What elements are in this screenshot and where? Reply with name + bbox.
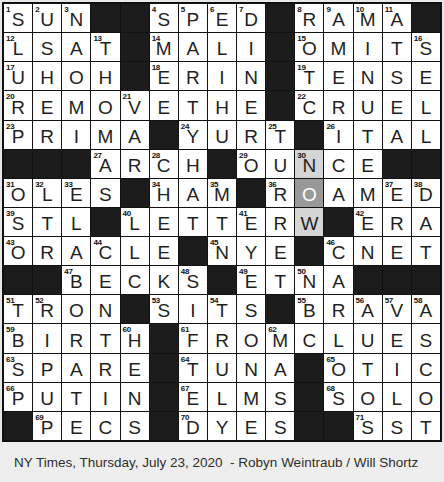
- cell-r9c12[interactable]: 46C: [324, 237, 352, 265]
- cell-r15c3[interactable]: E: [62, 412, 90, 440]
- letter: P: [187, 10, 200, 29]
- letter: N: [361, 243, 375, 262]
- cell-r13c2[interactable]: P: [33, 354, 61, 382]
- cell-r6c7[interactable]: H: [179, 150, 207, 178]
- cell-r15c8[interactable]: Y: [208, 412, 236, 440]
- black-cell-r10c1: [4, 266, 32, 294]
- cell-r12c4[interactable]: T: [91, 324, 119, 352]
- cell-r11c8[interactable]: 54T: [208, 295, 236, 323]
- cell-r7c12[interactable]: A: [324, 179, 352, 207]
- cell-r10c3[interactable]: 47B: [62, 266, 90, 294]
- cell-r6c12[interactable]: C: [324, 150, 352, 178]
- black-cell-r6c2: [33, 150, 61, 178]
- cell-r13c3[interactable]: A: [62, 354, 90, 382]
- cell-r11c12[interactable]: R: [324, 295, 352, 323]
- cell-r15c7[interactable]: 70D: [179, 412, 207, 440]
- footer-bar: NY Times, Thursday, July 23, 2020 - Roby…: [0, 442, 444, 482]
- cell-r11c4[interactable]: N: [91, 295, 119, 323]
- clue-number: 13: [93, 34, 101, 43]
- cell-r8c11[interactable]: W: [295, 208, 323, 236]
- cell-r9c10[interactable]: E: [266, 237, 294, 265]
- cell-r6c10[interactable]: U: [266, 150, 294, 178]
- letter: L: [71, 214, 82, 233]
- black-cell-r5c11: [295, 121, 323, 149]
- cell-r11c6[interactable]: 53S: [150, 295, 178, 323]
- cell-r3c15[interactable]: E: [412, 62, 440, 90]
- cell-r8c15[interactable]: A: [412, 208, 440, 236]
- cell-r3c7[interactable]: R: [179, 62, 207, 90]
- letter: H: [215, 98, 229, 117]
- cell-r14c8[interactable]: L: [208, 383, 236, 411]
- letter: L: [217, 389, 228, 408]
- cell-r4c6[interactable]: E: [150, 91, 178, 119]
- letter: R: [273, 214, 287, 233]
- cell-r4c1[interactable]: 20R: [4, 91, 32, 119]
- cell-r14c9[interactable]: M: [237, 383, 265, 411]
- cell-r14c10[interactable]: S: [266, 383, 294, 411]
- cell-r15c5[interactable]: S: [121, 412, 149, 440]
- letter: S: [128, 418, 141, 437]
- cell-r5c10[interactable]: 25T: [266, 121, 294, 149]
- letter: A: [128, 127, 141, 146]
- cell-r12c9[interactable]: O: [237, 324, 265, 352]
- letter: U: [40, 10, 54, 29]
- clue-number: 43: [6, 238, 14, 247]
- cell-r13c5[interactable]: E: [121, 354, 149, 382]
- cell-r14c3[interactable]: T: [62, 383, 90, 411]
- cell-r6c13[interactable]: E: [354, 150, 382, 178]
- cell-r9c5[interactable]: L: [121, 237, 149, 265]
- cell-r7c6[interactable]: 34H: [150, 179, 178, 207]
- letter: T: [187, 214, 199, 233]
- cell-r12c10[interactable]: 62M: [266, 324, 294, 352]
- clue-number: 69: [35, 413, 43, 422]
- cell-r10c10[interactable]: T: [266, 266, 294, 294]
- letter: A: [70, 360, 83, 379]
- clue-number: 20: [6, 92, 14, 101]
- black-cell-r15c1: [4, 412, 32, 440]
- letter: A: [420, 214, 433, 233]
- cell-r3c1[interactable]: 17U: [4, 62, 32, 90]
- letter: R: [390, 214, 404, 233]
- letter: E: [157, 214, 170, 233]
- cell-r4c14[interactable]: E: [383, 91, 411, 119]
- cell-r14c12[interactable]: 68S: [324, 383, 352, 411]
- cell-r15c14[interactable]: S: [383, 412, 411, 440]
- cell-r1c9[interactable]: 7D: [237, 4, 265, 32]
- cell-r12c13[interactable]: U: [354, 324, 382, 352]
- cell-r5c15[interactable]: L: [412, 121, 440, 149]
- cell-r8c14[interactable]: R: [383, 208, 411, 236]
- cell-r2c3[interactable]: A: [62, 33, 90, 61]
- cell-r7c1[interactable]: 31O: [4, 179, 32, 207]
- cell-r10c9[interactable]: 49E: [237, 266, 265, 294]
- cell-r3c9[interactable]: N: [237, 62, 265, 90]
- cell-r15c9[interactable]: E: [237, 412, 265, 440]
- cell-r1c6[interactable]: 4S: [150, 4, 178, 32]
- letter: C: [332, 243, 346, 262]
- cell-r1c12[interactable]: 9A: [324, 4, 352, 32]
- cell-r6c6[interactable]: 28C: [150, 150, 178, 178]
- cell-r13c13[interactable]: T: [354, 354, 382, 382]
- cell-r2c14[interactable]: T: [383, 33, 411, 61]
- cell-r12c8[interactable]: R: [208, 324, 236, 352]
- letter: E: [390, 243, 403, 262]
- cell-r9c4[interactable]: 44C: [91, 237, 119, 265]
- cell-r1c7[interactable]: 5P: [179, 4, 207, 32]
- letter: C: [157, 156, 171, 175]
- cell-r10c12[interactable]: A: [324, 266, 352, 294]
- cell-r5c9[interactable]: R: [237, 121, 265, 149]
- letter: A: [187, 39, 200, 58]
- letter: V: [128, 98, 141, 117]
- clue-number: 28: [152, 151, 160, 160]
- letter: E: [245, 418, 258, 437]
- letter: S: [187, 272, 200, 291]
- letter: S: [332, 389, 345, 408]
- cell-r12c11[interactable]: C: [295, 324, 323, 352]
- letter: I: [45, 331, 50, 350]
- letter: T: [12, 301, 24, 320]
- letter: S: [274, 389, 287, 408]
- clue-number: 30: [297, 151, 305, 160]
- cell-r15c2[interactable]: 69P: [33, 412, 61, 440]
- cell-r7c10[interactable]: 36R: [266, 179, 294, 207]
- cell-r10c7[interactable]: 48S: [179, 266, 207, 294]
- letter: C: [419, 360, 433, 379]
- cell-r8c10[interactable]: R: [266, 208, 294, 236]
- cell-r3c13[interactable]: N: [354, 62, 382, 90]
- clue-number: 66: [6, 384, 14, 393]
- letter: S: [12, 10, 25, 29]
- cell-r13c1[interactable]: 63S: [4, 354, 32, 382]
- cell-r2c1[interactable]: 12L: [4, 33, 32, 61]
- letter: A: [420, 301, 433, 320]
- cell-r5c3[interactable]: I: [62, 121, 90, 149]
- letter: R: [244, 127, 258, 146]
- cell-r12c15[interactable]: S: [412, 324, 440, 352]
- cell-r8c13[interactable]: 42E: [354, 208, 382, 236]
- cell-r3c4[interactable]: H: [91, 62, 119, 90]
- cell-r5c8[interactable]: U: [208, 121, 236, 149]
- cell-r5c14[interactable]: A: [383, 121, 411, 149]
- cell-r8c9[interactable]: 41E: [237, 208, 265, 236]
- clue-number: 39: [6, 209, 14, 218]
- cell-r14c7[interactable]: 67E: [179, 383, 207, 411]
- cell-r5c13[interactable]: T: [354, 121, 382, 149]
- cell-r11c15[interactable]: 58A: [412, 295, 440, 323]
- cell-r8c7[interactable]: T: [179, 208, 207, 236]
- cell-r2c4[interactable]: 13T: [91, 33, 119, 61]
- clue-number: 46: [326, 238, 334, 247]
- cell-r1c1[interactable]: 1S: [4, 4, 32, 32]
- letter: E: [99, 272, 112, 291]
- cell-r5c4[interactable]: M: [91, 121, 119, 149]
- letter: S: [99, 185, 112, 204]
- cell-r11c9[interactable]: S: [237, 295, 265, 323]
- cell-r11c13[interactable]: 56A: [354, 295, 382, 323]
- cell-r13c14[interactable]: I: [383, 354, 411, 382]
- letter: O: [69, 68, 84, 87]
- cell-r9c13[interactable]: N: [354, 237, 382, 265]
- black-cell-r2c5: [121, 33, 149, 61]
- cell-r9c14[interactable]: E: [383, 237, 411, 265]
- letter: H: [128, 331, 142, 350]
- black-cell-r6c8: [208, 150, 236, 178]
- letter: N: [361, 68, 375, 87]
- cell-r2c15[interactable]: 16S: [412, 33, 440, 61]
- cell-r7c14[interactable]: 37E: [383, 179, 411, 207]
- letter: P: [41, 418, 54, 437]
- clue-number: 14: [152, 34, 160, 43]
- cell-r2c11[interactable]: 15O: [295, 33, 323, 61]
- cell-r7c4[interactable]: S: [91, 179, 119, 207]
- cell-r9c3[interactable]: A: [62, 237, 90, 265]
- letter: S: [274, 418, 287, 437]
- cell-r2c8[interactable]: L: [208, 33, 236, 61]
- cell-r12c12[interactable]: L: [324, 324, 352, 352]
- cell-r10c5[interactable]: C: [121, 266, 149, 294]
- cell-r3c14[interactable]: S: [383, 62, 411, 90]
- letter: S: [420, 39, 433, 58]
- letter: N: [215, 243, 229, 262]
- cell-r8c5[interactable]: 40L: [121, 208, 149, 236]
- cell-r5c5[interactable]: A: [121, 121, 149, 149]
- black-cell-r8c12: [324, 208, 352, 236]
- letter: A: [361, 301, 374, 320]
- cell-r14c2[interactable]: U: [33, 383, 61, 411]
- cell-r3c8[interactable]: I: [208, 62, 236, 90]
- clue-number: 60: [123, 325, 131, 334]
- cell-r14c1[interactable]: 66P: [4, 383, 32, 411]
- cell-r4c8[interactable]: H: [208, 91, 236, 119]
- cell-r13c10[interactable]: A: [266, 354, 294, 382]
- letter: R: [40, 127, 54, 146]
- cell-r12c7[interactable]: 61F: [179, 324, 207, 352]
- letter: H: [99, 68, 113, 87]
- cell-r4c11[interactable]: 22C: [295, 91, 323, 119]
- letter: L: [217, 39, 228, 58]
- cell-r13c4[interactable]: R: [91, 354, 119, 382]
- cell-r13c12[interactable]: 65O: [324, 354, 352, 382]
- letter: A: [332, 272, 345, 291]
- cell-r9c1[interactable]: 43O: [4, 237, 32, 265]
- clue-number: 4: [152, 5, 156, 14]
- black-cell-r10c15: [412, 266, 440, 294]
- letter: R: [128, 156, 142, 175]
- clue-number: 42: [356, 209, 364, 218]
- letter: B: [70, 272, 83, 291]
- cell-r6c5[interactable]: R: [121, 150, 149, 178]
- cell-r7c13[interactable]: M: [354, 179, 382, 207]
- letter: P: [12, 389, 25, 408]
- clue-number: 50: [297, 267, 305, 276]
- clue-number: 40: [123, 209, 131, 218]
- cell-r6c11[interactable]: 30N: [295, 150, 323, 178]
- cell-r8c6[interactable]: E: [150, 208, 178, 236]
- letter: E: [390, 98, 403, 117]
- cell-r2c13[interactable]: I: [354, 33, 382, 61]
- clue-number: 35: [210, 180, 218, 189]
- cell-r2c2[interactable]: S: [33, 33, 61, 61]
- cell-r12c5[interactable]: 60H: [121, 324, 149, 352]
- cell-r14c14[interactable]: L: [383, 383, 411, 411]
- letter: R: [215, 331, 229, 350]
- letter: O: [11, 243, 26, 262]
- letter: O: [244, 331, 259, 350]
- letter: M: [331, 39, 347, 58]
- cell-r2c6[interactable]: 14M: [150, 33, 178, 61]
- cell-r12c2[interactable]: I: [33, 324, 61, 352]
- cell-r12c3[interactable]: R: [62, 324, 90, 352]
- cell-r4c15[interactable]: L: [412, 91, 440, 119]
- cell-r8c8[interactable]: T: [208, 208, 236, 236]
- letter: E: [187, 389, 200, 408]
- cell-r8c1[interactable]: 39S: [4, 208, 32, 236]
- cell-r4c9[interactable]: E: [237, 91, 265, 119]
- cell-r1c13[interactable]: 10M: [354, 4, 382, 32]
- cell-r3c2[interactable]: H: [33, 62, 61, 90]
- cell-r8c3[interactable]: L: [62, 208, 90, 236]
- cell-r7c2[interactable]: 32L: [33, 179, 61, 207]
- black-cell-r6c1: [4, 150, 32, 178]
- cell-r4c2[interactable]: E: [33, 91, 61, 119]
- cell-r11c7[interactable]: I: [179, 295, 207, 323]
- cell-r6c4[interactable]: 27A: [91, 150, 119, 178]
- cell-r9c8[interactable]: 45N: [208, 237, 236, 265]
- letter: O: [302, 185, 317, 204]
- cell-r5c7[interactable]: 24Y: [179, 121, 207, 149]
- clue-number: 62: [268, 325, 276, 334]
- letter: D: [244, 10, 258, 29]
- cell-r9c9[interactable]: Y: [237, 237, 265, 265]
- letter: T: [274, 127, 286, 146]
- cell-r1c3[interactable]: 3N: [62, 4, 90, 32]
- letter: U: [11, 68, 25, 87]
- black-cell-r1c15: [412, 4, 440, 32]
- cell-r4c3[interactable]: M: [62, 91, 90, 119]
- letter: B: [12, 331, 25, 350]
- cell-r4c5[interactable]: 21V: [121, 91, 149, 119]
- clue-number: 36: [268, 180, 276, 189]
- cell-r13c7[interactable]: 64T: [179, 354, 207, 382]
- cell-r5c2[interactable]: R: [33, 121, 61, 149]
- letter: E: [420, 68, 433, 87]
- cell-r9c2[interactable]: R: [33, 237, 61, 265]
- cell-r11c11[interactable]: 55B: [295, 295, 323, 323]
- letter: T: [362, 127, 374, 146]
- cell-r14c15[interactable]: O: [412, 383, 440, 411]
- cell-r7c7[interactable]: A: [179, 179, 207, 207]
- letter: A: [70, 243, 83, 262]
- black-cell-r13c11: [295, 354, 323, 382]
- cell-r11c1[interactable]: 51T: [4, 295, 32, 323]
- cell-r3c3[interactable]: O: [62, 62, 90, 90]
- cell-r1c14[interactable]: 11A: [383, 4, 411, 32]
- cell-r13c15[interactable]: C: [412, 354, 440, 382]
- cell-r1c11[interactable]: 8R: [295, 4, 323, 32]
- clue-number: 44: [93, 238, 101, 247]
- cell-r4c4[interactable]: O: [91, 91, 119, 119]
- letter: R: [40, 301, 54, 320]
- cell-r2c12[interactable]: M: [324, 33, 352, 61]
- letter: O: [98, 98, 113, 117]
- letter: R: [332, 301, 346, 320]
- cell-r10c6[interactable]: K: [150, 266, 178, 294]
- cell-r2c7[interactable]: A: [179, 33, 207, 61]
- cell-r15c4[interactable]: C: [91, 412, 119, 440]
- cell-r4c12[interactable]: R: [324, 91, 352, 119]
- clue-number: 56: [356, 296, 364, 305]
- cell-r14c5[interactable]: N: [121, 383, 149, 411]
- cell-r2c9[interactable]: I: [237, 33, 265, 61]
- letter: U: [215, 127, 229, 146]
- cell-r11c14[interactable]: 57V: [383, 295, 411, 323]
- letter: S: [157, 10, 170, 29]
- letter: S: [41, 39, 54, 58]
- cell-r11c3[interactable]: O: [62, 295, 90, 323]
- cell-r7c11[interactable]: O: [295, 179, 323, 207]
- letter: S: [361, 418, 374, 437]
- black-cell-r7c9: [237, 179, 265, 207]
- cell-r1c2[interactable]: 2U: [33, 4, 61, 32]
- letter: T: [362, 360, 374, 379]
- letter: I: [74, 127, 79, 146]
- cell-r5c1[interactable]: 23P: [4, 121, 32, 149]
- letter: S: [157, 301, 170, 320]
- cell-r3c6[interactable]: 18E: [150, 62, 178, 90]
- clue-number: 6: [210, 5, 214, 14]
- letter: E: [245, 272, 258, 291]
- cell-r8c2[interactable]: T: [33, 208, 61, 236]
- cell-r13c8[interactable]: U: [208, 354, 236, 382]
- cell-r4c13[interactable]: U: [354, 91, 382, 119]
- cell-r15c13[interactable]: 71S: [354, 412, 382, 440]
- clue-number: 17: [6, 63, 14, 72]
- letter: T: [216, 301, 228, 320]
- cell-r12c1[interactable]: 59B: [4, 324, 32, 352]
- cell-r13c9[interactable]: N: [237, 354, 265, 382]
- cell-r9c15[interactable]: T: [412, 237, 440, 265]
- cell-r3c12[interactable]: E: [324, 62, 352, 90]
- cell-r10c11[interactable]: 50N: [295, 266, 323, 294]
- black-cell-r10c2: [33, 266, 61, 294]
- letter: O: [244, 156, 259, 175]
- cell-r7c3[interactable]: 33E: [62, 179, 90, 207]
- cell-r10c4[interactable]: E: [91, 266, 119, 294]
- cell-r11c2[interactable]: 52R: [33, 295, 61, 323]
- cell-r1c8[interactable]: 6E: [208, 4, 236, 32]
- letter: A: [70, 39, 83, 58]
- cell-r6c9[interactable]: 29O: [237, 150, 265, 178]
- cell-r7c8[interactable]: 35M: [208, 179, 236, 207]
- cell-r5c12[interactable]: 26I: [324, 121, 352, 149]
- cell-r15c15[interactable]: T: [412, 412, 440, 440]
- letter: P: [41, 360, 54, 379]
- letter: M: [68, 98, 84, 117]
- cell-r7c15[interactable]: 38D: [412, 179, 440, 207]
- letter: T: [41, 214, 53, 233]
- cell-r9c6[interactable]: E: [150, 237, 178, 265]
- cell-r15c10[interactable]: S: [266, 412, 294, 440]
- cell-r3c11[interactable]: 19T: [295, 62, 323, 90]
- cell-r12c14[interactable]: E: [383, 324, 411, 352]
- letter: S: [12, 360, 25, 379]
- cell-r14c13[interactable]: O: [354, 383, 382, 411]
- clue-number: 7: [239, 5, 243, 14]
- cell-r14c4[interactable]: I: [91, 383, 119, 411]
- cell-r4c7[interactable]: T: [179, 91, 207, 119]
